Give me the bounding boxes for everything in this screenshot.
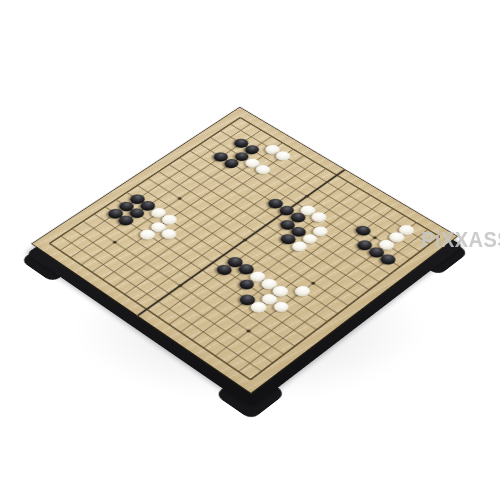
board-surface: [33, 108, 457, 393]
go-board: [33, 108, 457, 393]
watermark: PiXXASS: [421, 227, 500, 252]
product-photo-stage: PiXXASS: [0, 0, 500, 500]
